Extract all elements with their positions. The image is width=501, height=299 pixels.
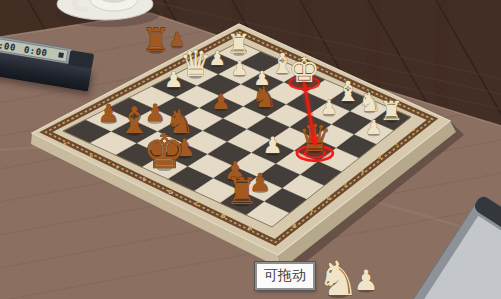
board-3d-render: ABCDEFGH87654321♜♟♜♟♝♟♛♚♟♟♝♞♟♞♟♜♟♟♞♝♟♛♟♟… — [0, 0, 501, 299]
piece-white-pawn-g2[interactable]: ♟ — [231, 57, 248, 80]
captured-brown-rook: ♜ — [142, 21, 171, 59]
file-label-A: A — [247, 224, 252, 231]
captured-white-pawn: ♟ — [353, 264, 378, 297]
piece-brown-knight-e3[interactable]: ♞ — [251, 80, 277, 114]
piece-brown-rook-b8[interactable]: ♜ — [225, 170, 258, 213]
clock-button-icon — [58, 52, 64, 58]
rank-label-7: 7 — [309, 209, 313, 215]
rank-label-6: 6 — [326, 195, 330, 201]
rank-label-3: 3 — [378, 155, 381, 160]
clock-right-time: 0:00 — [23, 44, 48, 58]
piece-white-pawn-c5[interactable]: ♟ — [262, 132, 282, 158]
rank-label-5: 5 — [344, 182, 348, 188]
piece-brown-pawn-f4[interactable]: ♟ — [211, 89, 230, 114]
file-label-C: C — [195, 201, 199, 207]
drag-hint-tooltip: 可拖动 — [255, 262, 315, 290]
game-scene: ABCDEFGH87654321♜♟♜♟♝♟♛♚♟♟♝♞♟♞♟♜♟♟♞♝♟♛♟♟… — [0, 0, 501, 299]
piece-brown-king-e8[interactable]: ♚ — [143, 123, 186, 179]
piece-white-rook-a1[interactable]: ♜ — [379, 95, 403, 126]
clock-left-time: 0:00 — [0, 39, 17, 53]
file-label-D: D — [168, 189, 172, 195]
file-label-B: B — [221, 213, 225, 219]
piece-white-pawn-a2[interactable]: ♟ — [365, 116, 382, 139]
file-label-F: F — [116, 165, 119, 170]
piece-white-queen-h3[interactable]: ♛ — [179, 43, 211, 84]
piece-brown-pawn-h7[interactable]: ♟ — [98, 99, 120, 128]
file-label-H: H — [63, 141, 66, 146]
piece-white-rook-h1[interactable]: ♜ — [227, 28, 251, 59]
rank-label-8: 8 — [292, 222, 296, 229]
rank-label-2: 2 — [395, 141, 398, 146]
piece-white-bishop-c1[interactable]: ♝ — [335, 75, 360, 108]
piece-white-pawn-h4[interactable]: ♟ — [164, 67, 183, 92]
piece-white-knight-b1[interactable]: ♞ — [358, 87, 381, 117]
file-label-G: G — [89, 153, 93, 158]
rank-label-1: 1 — [412, 127, 415, 132]
